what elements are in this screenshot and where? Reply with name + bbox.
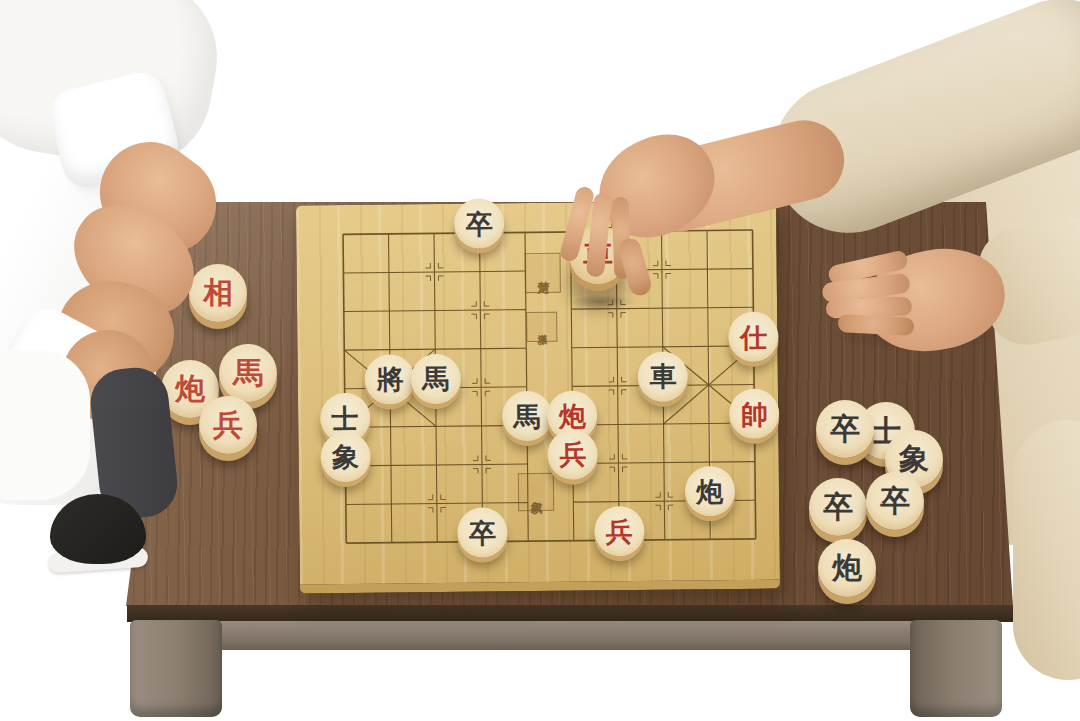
point-marker xyxy=(471,301,476,306)
point-marker xyxy=(609,377,614,382)
point-marker xyxy=(653,274,658,279)
point-marker xyxy=(425,263,430,268)
table-apron xyxy=(200,621,920,650)
point-marker xyxy=(471,314,476,319)
point-marker xyxy=(622,390,627,395)
point-marker xyxy=(609,454,614,459)
grid-line xyxy=(346,539,755,543)
point-marker xyxy=(485,378,490,383)
piece-black-soldier[interactable]: 卒 xyxy=(457,507,508,558)
point-marker xyxy=(486,455,491,460)
right-player-knee xyxy=(1013,420,1080,680)
point-marker xyxy=(428,508,433,513)
point-marker xyxy=(438,276,443,281)
point-marker xyxy=(666,274,671,279)
river-stamp-3: 象棋 xyxy=(518,473,554,511)
point-marker xyxy=(441,507,446,512)
point-marker xyxy=(441,494,446,499)
point-marker xyxy=(486,468,491,473)
point-marker xyxy=(655,492,660,497)
piece-red-soldier[interactable]: 兵 xyxy=(594,506,645,557)
piece-black-cannon[interactable]: 炮 xyxy=(684,466,735,517)
point-marker xyxy=(428,495,433,500)
point-marker xyxy=(472,378,477,383)
point-marker xyxy=(438,263,443,268)
piece-black-soldier[interactable]: 卒 xyxy=(454,199,505,250)
point-marker xyxy=(622,467,627,472)
grid-line xyxy=(343,230,752,234)
captured-black-soldier-right[interactable]: 卒 xyxy=(866,472,924,530)
piece-red-general[interactable]: 帥 xyxy=(729,389,780,440)
point-marker xyxy=(668,505,673,510)
point-marker xyxy=(655,505,660,510)
point-marker xyxy=(425,276,430,281)
point-marker xyxy=(609,467,614,472)
captured-red-elephant-left[interactable]: 相 xyxy=(189,264,247,322)
point-marker xyxy=(485,391,490,396)
table-leg-right xyxy=(910,620,1002,717)
piece-black-elephant[interactable]: 象 xyxy=(320,432,371,483)
left-player-robe-hem xyxy=(0,350,90,500)
piece-black-horse[interactable]: 馬 xyxy=(502,391,553,442)
point-marker xyxy=(609,390,614,395)
piece-black-general[interactable]: 將 xyxy=(365,354,416,405)
river-stamp-1: 楚河 xyxy=(524,253,560,293)
captured-red-soldier-left[interactable]: 兵 xyxy=(199,396,257,454)
table-front-edge xyxy=(127,605,1013,622)
captured-red-horse-left[interactable]: 馬 xyxy=(219,344,277,402)
piece-red-advisor[interactable]: 仕 xyxy=(728,312,779,363)
piece-black-horse[interactable]: 馬 xyxy=(410,353,461,404)
xiangqi-board: 楚河漢界象棋 卒將馬車士馬象炮卒仕炮帥兵兵 xyxy=(296,200,780,593)
captured-black-cannon-right[interactable]: 炮 xyxy=(818,539,876,597)
point-marker xyxy=(484,301,489,306)
captured-black-soldier-right[interactable]: 卒 xyxy=(816,400,874,458)
point-marker xyxy=(622,377,627,382)
point-marker xyxy=(668,492,673,497)
point-marker xyxy=(621,313,626,318)
piece-black-chariot[interactable]: 車 xyxy=(638,351,689,402)
point-marker xyxy=(473,456,478,461)
table-leg-left xyxy=(130,620,222,717)
point-marker xyxy=(622,454,627,459)
point-marker xyxy=(484,314,489,319)
point-marker xyxy=(472,391,477,396)
piece-red-soldier[interactable]: 兵 xyxy=(548,429,599,480)
captured-black-soldier-right[interactable]: 卒 xyxy=(809,478,867,536)
point-marker xyxy=(653,261,658,266)
river-stamp-2: 漢界 xyxy=(526,312,557,342)
point-marker xyxy=(608,313,613,318)
point-marker xyxy=(473,469,478,474)
point-marker xyxy=(666,261,671,266)
